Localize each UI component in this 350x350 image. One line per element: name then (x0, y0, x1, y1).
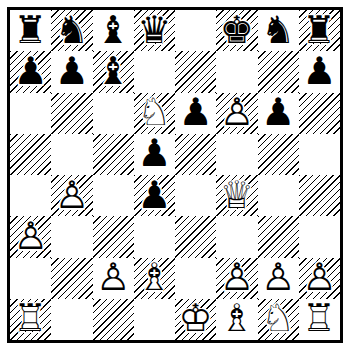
square-d7[interactable] (134, 51, 175, 92)
square-f2[interactable]: ♟♙ (216, 258, 257, 299)
piece-solid-layer: ♟ (134, 134, 175, 175)
piece-solid-layer: ♟ (175, 93, 216, 134)
square-f8[interactable]: ♚ (216, 10, 257, 51)
white-pawn[interactable]: ♟♙ (258, 258, 299, 299)
square-f5[interactable] (216, 134, 257, 175)
square-c7[interactable]: ♝ (93, 51, 134, 92)
black-rook[interactable]: ♜ (10, 10, 51, 51)
square-b2[interactable] (51, 258, 92, 299)
square-d3[interactable] (134, 216, 175, 257)
square-g7[interactable] (258, 51, 299, 92)
square-g3[interactable] (258, 216, 299, 257)
square-e8[interactable] (175, 10, 216, 51)
black-pawn[interactable]: ♟ (258, 93, 299, 134)
square-g2[interactable]: ♟♙ (258, 258, 299, 299)
black-queen[interactable]: ♛ (134, 10, 175, 51)
square-c3[interactable] (93, 216, 134, 257)
square-b5[interactable] (51, 134, 92, 175)
square-d1[interactable] (134, 299, 175, 340)
black-pawn[interactable]: ♟ (175, 93, 216, 134)
piece-outline-layer: ♙ (51, 175, 92, 216)
square-e7[interactable] (175, 51, 216, 92)
piece-outline-layer: ♙ (10, 216, 51, 257)
piece-solid-layer: ♛ (134, 10, 175, 51)
square-f6[interactable]: ♟♙ (216, 93, 257, 134)
square-a8[interactable]: ♜ (10, 10, 51, 51)
square-h4[interactable] (299, 175, 340, 216)
piece-outline-layer: ♗ (134, 258, 175, 299)
piece-outline-layer: ♙ (258, 258, 299, 299)
white-rook[interactable]: ♜♖ (299, 299, 340, 340)
square-h2[interactable]: ♟♙ (299, 258, 340, 299)
black-pawn[interactable]: ♟ (299, 51, 340, 92)
square-d4[interactable]: ♟ (134, 175, 175, 216)
white-pawn[interactable]: ♟♙ (93, 258, 134, 299)
square-c4[interactable] (93, 175, 134, 216)
square-f1[interactable]: ♝♗ (216, 299, 257, 340)
white-knight[interactable]: ♞♘ (134, 93, 175, 134)
square-f7[interactable] (216, 51, 257, 92)
piece-solid-layer: ♞ (51, 10, 92, 51)
square-e5[interactable] (175, 134, 216, 175)
white-bishop[interactable]: ♝♗ (134, 258, 175, 299)
square-a7[interactable]: ♟ (10, 51, 51, 92)
black-knight[interactable]: ♞ (51, 10, 92, 51)
square-h5[interactable] (299, 134, 340, 175)
square-a6[interactable] (10, 93, 51, 134)
piece-solid-layer: ♞ (258, 10, 299, 51)
square-a2[interactable] (10, 258, 51, 299)
piece-solid-layer: ♝ (93, 10, 134, 51)
square-h6[interactable] (299, 93, 340, 134)
square-a1[interactable]: ♜♖ (10, 299, 51, 340)
piece-outline-layer: ♙ (216, 258, 257, 299)
piece-outline-layer: ♗ (216, 299, 257, 340)
square-a4[interactable] (10, 175, 51, 216)
square-d8[interactable]: ♛ (134, 10, 175, 51)
chess-diagram-page: ♜♞♝♛♚♞♜♟♟♝♟♞♘♟♟♙♟♟♟♙♟♛♕♟♙♟♙♝♗♟♙♟♙♟♙♜♖♚♔♝… (0, 0, 350, 350)
piece-outline-layer: ♙ (216, 93, 257, 134)
black-pawn[interactable]: ♟ (10, 51, 51, 92)
piece-outline-layer: ♙ (299, 258, 340, 299)
square-b3[interactable] (51, 216, 92, 257)
piece-outline-layer: ♕ (216, 175, 257, 216)
piece-solid-layer: ♟ (10, 51, 51, 92)
square-e1[interactable]: ♚♔ (175, 299, 216, 340)
square-g8[interactable]: ♞ (258, 10, 299, 51)
square-e2[interactable] (175, 258, 216, 299)
square-e3[interactable] (175, 216, 216, 257)
black-pawn[interactable]: ♟ (134, 134, 175, 175)
black-bishop[interactable]: ♝ (93, 51, 134, 92)
white-pawn[interactable]: ♟♙ (216, 93, 257, 134)
black-pawn[interactable]: ♟ (134, 175, 175, 216)
square-d2[interactable]: ♝♗ (134, 258, 175, 299)
black-knight[interactable]: ♞ (258, 10, 299, 51)
piece-solid-layer: ♜ (299, 10, 340, 51)
square-g1[interactable]: ♞♘ (258, 299, 299, 340)
piece-outline-layer: ♖ (10, 299, 51, 340)
black-rook[interactable]: ♜ (299, 10, 340, 51)
white-rook[interactable]: ♜♖ (10, 299, 51, 340)
white-pawn[interactable]: ♟♙ (51, 175, 92, 216)
square-h7[interactable]: ♟ (299, 51, 340, 92)
piece-solid-layer: ♟ (51, 51, 92, 92)
square-g5[interactable] (258, 134, 299, 175)
white-bishop[interactable]: ♝♗ (216, 299, 257, 340)
black-pawn[interactable]: ♟ (51, 51, 92, 92)
square-c5[interactable] (93, 134, 134, 175)
square-e6[interactable]: ♟ (175, 93, 216, 134)
square-b8[interactable]: ♞ (51, 10, 92, 51)
square-a5[interactable] (10, 134, 51, 175)
square-f4[interactable]: ♛♕ (216, 175, 257, 216)
square-h1[interactable]: ♜♖ (299, 299, 340, 340)
square-d6[interactable]: ♞♘ (134, 93, 175, 134)
white-pawn[interactable]: ♟♙ (299, 258, 340, 299)
piece-solid-layer: ♟ (258, 93, 299, 134)
square-b4[interactable]: ♟♙ (51, 175, 92, 216)
black-king[interactable]: ♚ (216, 10, 257, 51)
piece-solid-layer: ♟ (299, 51, 340, 92)
piece-solid-layer: ♝ (93, 51, 134, 92)
square-b7[interactable]: ♟ (51, 51, 92, 92)
piece-solid-layer: ♟ (134, 175, 175, 216)
square-g4[interactable] (258, 175, 299, 216)
square-b6[interactable] (51, 93, 92, 134)
piece-outline-layer: ♘ (134, 93, 175, 134)
piece-outline-layer: ♙ (93, 258, 134, 299)
square-a3[interactable]: ♟♙ (10, 216, 51, 257)
white-king[interactable]: ♚♔ (175, 299, 216, 340)
black-bishop[interactable]: ♝ (93, 10, 134, 51)
white-pawn[interactable]: ♟♙ (216, 258, 257, 299)
square-h8[interactable]: ♜ (299, 10, 340, 51)
piece-outline-layer: ♖ (299, 299, 340, 340)
square-c6[interactable] (93, 93, 134, 134)
chess-board: ♜♞♝♛♚♞♜♟♟♝♟♞♘♟♟♙♟♟♟♙♟♛♕♟♙♟♙♝♗♟♙♟♙♟♙♜♖♚♔♝… (7, 7, 343, 343)
square-h3[interactable] (299, 216, 340, 257)
white-queen[interactable]: ♛♕ (216, 175, 257, 216)
square-e4[interactable] (175, 175, 216, 216)
piece-outline-layer: ♔ (175, 299, 216, 340)
square-f3[interactable] (216, 216, 257, 257)
square-c2[interactable]: ♟♙ (93, 258, 134, 299)
white-knight[interactable]: ♞♘ (258, 299, 299, 340)
square-d5[interactable]: ♟ (134, 134, 175, 175)
square-b1[interactable] (51, 299, 92, 340)
white-pawn[interactable]: ♟♙ (10, 216, 51, 257)
piece-outline-layer: ♘ (258, 299, 299, 340)
square-g6[interactable]: ♟ (258, 93, 299, 134)
square-c1[interactable] (93, 299, 134, 340)
piece-solid-layer: ♜ (10, 10, 51, 51)
square-c8[interactable]: ♝ (93, 10, 134, 51)
piece-solid-layer: ♚ (216, 10, 257, 51)
